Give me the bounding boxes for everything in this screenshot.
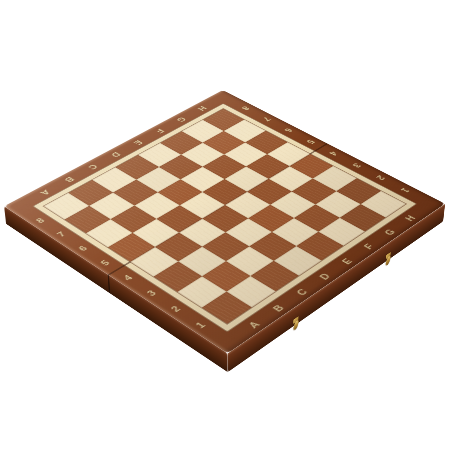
square-a5[interactable]: [108, 233, 155, 262]
rank-label-right-6: 6: [282, 127, 293, 133]
rank-label-left-7: 7: [55, 230, 67, 238]
board-top-face: AA11BB22CC33DD44EE55FF66GG77HH88: [4, 90, 445, 354]
square-c4[interactable]: [179, 219, 225, 247]
fold-seam-side: [108, 275, 110, 294]
square-c1[interactable]: [250, 261, 298, 291]
square-e3[interactable]: [248, 205, 294, 232]
rank-label-right-1: 1: [398, 187, 410, 194]
file-label-bottom-f: F: [362, 243, 375, 251]
file-label-top-f: F: [154, 128, 166, 134]
square-f2[interactable]: [294, 204, 340, 231]
square-d2[interactable]: [249, 232, 296, 261]
file-label-top-g: G: [174, 116, 187, 123]
file-label-top-b: B: [62, 176, 75, 183]
square-b1[interactable]: [227, 276, 276, 307]
rank-label-left-4: 4: [121, 274, 134, 282]
rank-label-left-5: 5: [99, 259, 112, 267]
square-b5[interactable]: [132, 219, 179, 247]
square-e2[interactable]: [272, 218, 318, 246]
rank-label-right-3: 3: [350, 162, 362, 169]
square-b3[interactable]: [178, 247, 226, 277]
square-a4[interactable]: [130, 247, 178, 277]
file-label-bottom-e: E: [340, 257, 354, 265]
file-label-bottom-b: B: [271, 303, 286, 313]
file-label-top-e: E: [132, 139, 144, 146]
file-label-bottom-a: A: [246, 320, 261, 330]
fold-seam-left-frame: [108, 261, 131, 275]
rank-label-right-7: 7: [261, 116, 272, 122]
square-c2[interactable]: [226, 246, 274, 276]
file-label-top-d: D: [109, 151, 122, 158]
square-d4[interactable]: [202, 205, 248, 232]
square-d3[interactable]: [225, 218, 271, 246]
rank-label-left-1: 1: [194, 321, 208, 330]
rank-label-right-2: 2: [374, 174, 386, 181]
square-c3[interactable]: [202, 232, 249, 261]
file-label-bottom-h: H: [403, 214, 417, 222]
square-a7[interactable]: [65, 206, 111, 233]
square-e1[interactable]: [296, 232, 343, 261]
square-b4[interactable]: [155, 233, 202, 262]
rank-label-right-4: 4: [327, 150, 339, 156]
perspective-container: AA11BB22CC33DD44EE55FF66GG77HH88: [0, 0, 450, 450]
file-label-bottom-c: C: [294, 287, 309, 296]
rank-label-right-5: 5: [304, 138, 316, 144]
square-b2[interactable]: [202, 261, 250, 291]
product-photo-chess-board: AA11BB22CC33DD44EE55FF66GG77HH88: [0, 0, 450, 450]
square-a6[interactable]: [86, 219, 133, 247]
brass-clasp-icon: [384, 251, 392, 267]
rank-label-left-6: 6: [77, 245, 89, 253]
chess-board: AA11BB22CC33DD44EE55FF66GG77HH88: [4, 90, 445, 354]
brass-clasp-icon: [292, 315, 300, 332]
square-a1[interactable]: [202, 292, 252, 324]
play-area: [44, 109, 406, 324]
square-b6[interactable]: [111, 206, 157, 233]
square-g1[interactable]: [340, 204, 386, 231]
square-a3[interactable]: [154, 261, 202, 291]
rank-label-left-3: 3: [145, 289, 158, 297]
square-c5[interactable]: [156, 205, 202, 232]
square-d1[interactable]: [274, 246, 322, 276]
file-label-top-c: C: [86, 163, 99, 170]
file-label-bottom-d: D: [317, 272, 331, 281]
square-a2[interactable]: [177, 276, 226, 307]
file-label-top-h: H: [195, 105, 207, 111]
file-label-top-a: A: [38, 188, 51, 196]
rank-label-left-2: 2: [169, 305, 182, 314]
rank-label-right-8: 8: [240, 105, 251, 111]
file-label-bottom-g: G: [382, 228, 396, 237]
rank-label-left-8: 8: [34, 217, 46, 224]
square-f1[interactable]: [318, 218, 364, 246]
